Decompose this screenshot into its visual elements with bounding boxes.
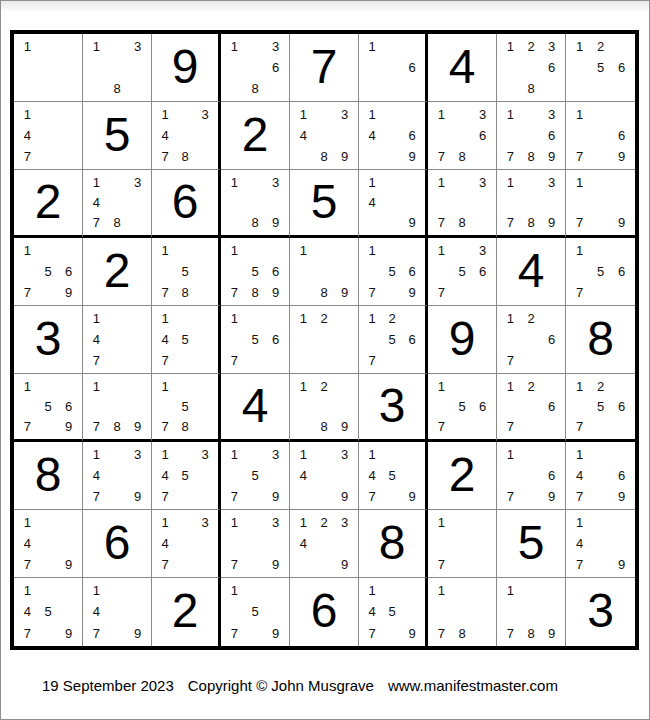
pencil-mark-slot bbox=[127, 308, 148, 329]
pencil-mark-slot: 7 bbox=[569, 282, 590, 303]
pencil-mark-slot: 7 bbox=[500, 213, 521, 233]
pencil-mark-slot: 1 bbox=[17, 104, 38, 125]
pencil-marks: 1679 bbox=[497, 442, 565, 509]
pencil-mark-slot: 6 bbox=[58, 261, 79, 282]
pencil-mark-slot: 7 bbox=[224, 282, 245, 303]
pencil-mark-slot: 9 bbox=[334, 486, 355, 507]
pencil-mark-slot bbox=[334, 125, 355, 146]
sudoku-board: 1138913687164123681256147513478213489146… bbox=[10, 30, 639, 650]
pencil-mark-slot bbox=[521, 486, 542, 507]
pencil-mark-slot bbox=[245, 350, 266, 371]
pencil-mark-slot: 1 bbox=[86, 172, 107, 192]
pencil-mark-slot: 7 bbox=[362, 282, 382, 303]
pencil-mark-slot bbox=[38, 146, 59, 167]
pencil-mark-slot: 9 bbox=[127, 417, 148, 437]
cell-r3c2: 13478 bbox=[83, 170, 152, 238]
pencil-marks: 1679 bbox=[566, 102, 635, 169]
pencil-mark-slot: 1 bbox=[17, 36, 38, 57]
pencil-mark-slot: 5 bbox=[175, 396, 195, 416]
pencil-mark-slot bbox=[195, 465, 215, 486]
pencil-mark-slot bbox=[155, 396, 175, 416]
pencil-mark-slot bbox=[127, 192, 148, 212]
pencil-marks: 15679 bbox=[359, 238, 425, 305]
pencil-mark-slot: 6 bbox=[472, 125, 493, 146]
cell-r9c6: 14579 bbox=[359, 578, 428, 646]
pencil-mark-slot: 9 bbox=[58, 623, 79, 644]
pencil-mark-slot: 7 bbox=[569, 146, 590, 167]
pencil-mark-slot: 3 bbox=[127, 36, 148, 57]
pencil-mark-slot bbox=[38, 623, 59, 644]
pencil-mark-slot bbox=[195, 533, 215, 554]
pencil-marks: 1479 bbox=[83, 578, 151, 646]
pencil-mark-slot bbox=[107, 444, 128, 465]
pencil-marks: 17 bbox=[428, 510, 496, 577]
pencil-mark-slot bbox=[382, 213, 402, 233]
pencil-mark-slot: 9 bbox=[265, 213, 286, 233]
cell-r4c6: 15679 bbox=[359, 238, 428, 306]
pencil-mark-slot bbox=[293, 261, 314, 282]
pencil-mark-slot bbox=[452, 282, 473, 303]
pencil-mark-slot: 8 bbox=[245, 213, 266, 233]
cell-r3c9: 179 bbox=[566, 170, 635, 238]
pencil-mark-slot bbox=[17, 57, 38, 78]
pencil-marks: 14579 bbox=[359, 442, 425, 509]
given-digit: 5 bbox=[518, 519, 545, 567]
pencil-mark-slot bbox=[382, 57, 402, 78]
pencil-mark-slot bbox=[293, 350, 314, 371]
pencil-mark-slot: 1 bbox=[86, 376, 107, 396]
pencil-mark-slot: 1 bbox=[224, 308, 245, 329]
pencil-mark-slot bbox=[590, 104, 611, 125]
pencil-mark-slot: 1 bbox=[224, 172, 245, 192]
cell-r1c8: 12368 bbox=[497, 34, 566, 102]
pencil-mark-slot bbox=[175, 533, 195, 554]
pencil-mark-slot bbox=[265, 78, 286, 99]
pencil-mark-slot: 9 bbox=[541, 213, 562, 233]
pencil-mark-slot bbox=[611, 192, 632, 212]
pencil-mark-slot: 1 bbox=[500, 104, 521, 125]
pencil-mark-slot: 9 bbox=[58, 417, 79, 437]
cell-r7c9: 14679 bbox=[566, 442, 635, 510]
pencil-mark-slot bbox=[224, 465, 245, 486]
pencil-mark-slot bbox=[362, 261, 382, 282]
pencil-mark-slot bbox=[224, 533, 245, 554]
cell-r9c2: 1479 bbox=[83, 578, 152, 646]
pencil-marks: 12349 bbox=[290, 510, 358, 577]
cell-r8c9: 1479 bbox=[566, 510, 635, 578]
pencil-mark-slot bbox=[265, 350, 286, 371]
pencil-mark-slot bbox=[265, 580, 286, 601]
cell-r2c7: 13678 bbox=[428, 102, 497, 170]
pencil-mark-slot bbox=[472, 213, 493, 233]
pencil-mark-slot: 6 bbox=[402, 329, 422, 350]
pencil-mark-slot: 5 bbox=[245, 261, 266, 282]
pencil-mark-slot bbox=[245, 36, 266, 57]
pencil-mark-slot: 9 bbox=[58, 282, 79, 303]
pencil-mark-slot bbox=[541, 444, 562, 465]
pencil-mark-slot bbox=[382, 623, 402, 644]
cell-r8c7: 17 bbox=[428, 510, 497, 578]
pencil-mark-slot: 7 bbox=[431, 554, 452, 575]
pencil-mark-slot: 1 bbox=[431, 104, 452, 125]
pencil-mark-slot bbox=[382, 444, 402, 465]
cell-r5c7: 9 bbox=[428, 306, 497, 374]
pencil-marks: 1578 bbox=[152, 238, 218, 305]
pencil-mark-slot bbox=[452, 192, 473, 212]
pencil-mark-slot bbox=[472, 623, 493, 644]
pencil-mark-slot bbox=[500, 78, 521, 99]
pencil-mark-slot bbox=[38, 533, 59, 554]
pencil-mark-slot: 1 bbox=[569, 104, 590, 125]
pencil-mark-slot bbox=[58, 533, 79, 554]
pencil-marks: 13479 bbox=[83, 442, 151, 509]
pencil-mark-slot bbox=[472, 512, 493, 533]
pencil-marks: 1347 bbox=[152, 510, 218, 577]
pencil-mark-slot: 1 bbox=[431, 376, 452, 396]
pencil-mark-slot: 1 bbox=[293, 308, 314, 329]
pencil-mark-slot: 3 bbox=[334, 512, 355, 533]
pencil-mark-slot bbox=[500, 601, 521, 622]
pencil-marks: 13678 bbox=[428, 102, 496, 169]
pencil-mark-slot: 1 bbox=[500, 308, 521, 329]
pencil-mark-slot bbox=[195, 329, 215, 350]
pencil-mark-slot bbox=[127, 78, 148, 99]
pencil-mark-slot bbox=[611, 172, 632, 192]
pencil-mark-slot bbox=[382, 36, 402, 57]
pencil-mark-slot bbox=[521, 417, 542, 437]
pencil-mark-slot: 9 bbox=[265, 623, 286, 644]
pencil-mark-slot: 5 bbox=[382, 261, 402, 282]
pencil-mark-slot bbox=[17, 261, 38, 282]
pencil-marks: 12567 bbox=[566, 374, 635, 439]
cell-r5c2: 147 bbox=[83, 306, 152, 374]
pencil-mark-slot bbox=[175, 240, 195, 261]
cell-r1c7: 4 bbox=[428, 34, 497, 102]
pencil-mark-slot bbox=[265, 601, 286, 622]
pencil-mark-slot: 8 bbox=[245, 78, 266, 99]
pencil-mark-slot: 5 bbox=[382, 601, 402, 622]
pencil-mark-slot bbox=[293, 282, 314, 303]
pencil-mark-slot: 1 bbox=[569, 36, 590, 57]
pencil-marks: 1256 bbox=[566, 34, 635, 101]
pencil-mark-slot: 7 bbox=[155, 146, 175, 167]
footer: 19 September 2023 Copyright © John Musgr… bbox=[42, 677, 558, 694]
pencil-mark-slot bbox=[431, 125, 452, 146]
cell-r7c1: 8 bbox=[14, 442, 83, 510]
pencil-mark-slot bbox=[334, 240, 355, 261]
pencil-mark-slot: 1 bbox=[569, 376, 590, 396]
pencil-mark-slot bbox=[107, 396, 128, 416]
pencil-mark-slot: 7 bbox=[224, 623, 245, 644]
pencil-mark-slot bbox=[382, 486, 402, 507]
pencil-marks: 14679 bbox=[566, 442, 635, 509]
pencil-mark-slot: 5 bbox=[590, 261, 611, 282]
pencil-mark-slot bbox=[293, 554, 314, 575]
cell-r6c9: 12567 bbox=[566, 374, 635, 442]
pencil-mark-slot: 1 bbox=[569, 240, 590, 261]
pencil-mark-slot bbox=[293, 486, 314, 507]
pencil-mark-slot: 3 bbox=[334, 104, 355, 125]
pencil-mark-slot bbox=[38, 417, 59, 437]
pencil-mark-slot: 1 bbox=[17, 580, 38, 601]
cell-r2c2: 5 bbox=[83, 102, 152, 170]
given-digit: 3 bbox=[35, 315, 62, 363]
pencil-mark-slot bbox=[334, 376, 355, 396]
pencil-mark-slot bbox=[402, 308, 422, 329]
pencil-mark-slot bbox=[334, 350, 355, 371]
pencil-marks: 15679 bbox=[14, 374, 82, 439]
cell-r4c5: 189 bbox=[290, 238, 359, 306]
pencil-mark-slot bbox=[245, 192, 266, 212]
pencil-marks: 1479 bbox=[14, 510, 82, 577]
pencil-mark-slot: 3 bbox=[472, 172, 493, 192]
pencil-mark-slot: 7 bbox=[224, 554, 245, 575]
pencil-marks: 1457 bbox=[152, 306, 218, 373]
pencil-marks: 156789 bbox=[221, 238, 289, 305]
pencil-mark-slot: 7 bbox=[86, 417, 107, 437]
pencil-mark-slot bbox=[17, 78, 38, 99]
pencil-mark-slot: 9 bbox=[402, 146, 422, 167]
pencil-mark-slot bbox=[382, 350, 402, 371]
pencil-mark-slot bbox=[402, 104, 422, 125]
pencil-mark-slot: 9 bbox=[402, 282, 422, 303]
pencil-mark-slot bbox=[611, 376, 632, 396]
pencil-mark-slot: 7 bbox=[569, 554, 590, 575]
pencil-mark-slot: 5 bbox=[38, 261, 59, 282]
pencil-mark-slot: 4 bbox=[293, 465, 314, 486]
pencil-mark-slot bbox=[382, 104, 402, 125]
cell-r1c4: 1368 bbox=[221, 34, 290, 102]
cell-r5c6: 12567 bbox=[359, 306, 428, 374]
pencil-mark-slot bbox=[314, 533, 335, 554]
pencil-mark-slot: 4 bbox=[17, 601, 38, 622]
pencil-mark-slot: 6 bbox=[58, 396, 79, 416]
pencil-mark-slot: 8 bbox=[175, 146, 195, 167]
pencil-mark-slot bbox=[521, 125, 542, 146]
pencil-mark-slot bbox=[452, 533, 473, 554]
cell-r5c8: 1267 bbox=[497, 306, 566, 374]
pencil-mark-slot bbox=[590, 554, 611, 575]
pencil-mark-slot bbox=[107, 192, 128, 212]
pencil-mark-slot: 8 bbox=[107, 213, 128, 233]
puzzle-sheet: 1138913687164123681256147513478213489146… bbox=[0, 0, 650, 720]
pencil-mark-slot: 7 bbox=[155, 282, 175, 303]
pencil-mark-slot: 8 bbox=[175, 417, 195, 437]
pencil-mark-slot: 1 bbox=[17, 512, 38, 533]
pencil-mark-slot: 9 bbox=[127, 623, 148, 644]
pencil-mark-slot bbox=[472, 533, 493, 554]
pencil-mark-slot: 7 bbox=[500, 146, 521, 167]
puzzle-date: 19 September 2023 bbox=[42, 677, 174, 694]
pencil-marks: 138 bbox=[83, 34, 151, 101]
pencil-mark-slot: 3 bbox=[334, 444, 355, 465]
pencil-mark-slot: 2 bbox=[314, 512, 335, 533]
pencil-mark-slot: 7 bbox=[362, 486, 382, 507]
pencil-mark-slot bbox=[611, 282, 632, 303]
pencil-mark-slot: 6 bbox=[611, 261, 632, 282]
pencil-mark-slot: 7 bbox=[155, 350, 175, 371]
pencil-marks: 1567 bbox=[566, 238, 635, 305]
pencil-mark-slot: 4 bbox=[155, 125, 175, 146]
pencil-mark-slot: 9 bbox=[402, 623, 422, 644]
pencil-mark-slot: 1 bbox=[500, 376, 521, 396]
pencil-mark-slot bbox=[38, 512, 59, 533]
pencil-mark-slot bbox=[541, 78, 562, 99]
pencil-mark-slot bbox=[86, 78, 107, 99]
pencil-mark-slot: 1 bbox=[362, 308, 382, 329]
pencil-marks: 1389 bbox=[221, 170, 289, 235]
pencil-mark-slot bbox=[611, 240, 632, 261]
pencil-mark-slot bbox=[127, 601, 148, 622]
pencil-mark-slot bbox=[382, 240, 402, 261]
pencil-mark-slot: 6 bbox=[611, 396, 632, 416]
pencil-mark-slot: 1 bbox=[224, 580, 245, 601]
pencil-mark-slot bbox=[541, 601, 562, 622]
pencil-mark-slot bbox=[472, 554, 493, 575]
pencil-mark-slot bbox=[590, 78, 611, 99]
cell-r6c7: 1567 bbox=[428, 374, 497, 442]
cell-r2c5: 13489 bbox=[290, 102, 359, 170]
pencil-mark-slot bbox=[58, 146, 79, 167]
pencil-mark-slot bbox=[334, 396, 355, 416]
pencil-mark-slot bbox=[127, 580, 148, 601]
pencil-mark-slot bbox=[175, 512, 195, 533]
pencil-mark-slot: 7 bbox=[431, 623, 452, 644]
pencil-mark-slot: 4 bbox=[569, 465, 590, 486]
pencil-mark-slot bbox=[334, 329, 355, 350]
given-digit: 7 bbox=[311, 43, 338, 91]
pencil-mark-slot: 1 bbox=[17, 376, 38, 396]
pencil-mark-slot bbox=[590, 282, 611, 303]
pencil-mark-slot bbox=[245, 57, 266, 78]
pencil-mark-slot: 2 bbox=[590, 376, 611, 396]
pencil-mark-slot bbox=[107, 601, 128, 622]
pencil-mark-slot bbox=[245, 172, 266, 192]
pencil-mark-slot bbox=[58, 125, 79, 146]
pencil-mark-slot bbox=[472, 146, 493, 167]
pencil-mark-slot bbox=[107, 486, 128, 507]
pencil-mark-slot: 6 bbox=[402, 125, 422, 146]
pencil-mark-slot bbox=[362, 78, 382, 99]
pencil-mark-slot bbox=[402, 240, 422, 261]
pencil-mark-slot bbox=[38, 554, 59, 575]
pencil-mark-slot: 7 bbox=[500, 486, 521, 507]
pencil-mark-slot: 5 bbox=[245, 329, 266, 350]
pencil-mark-slot bbox=[314, 104, 335, 125]
cell-r5c5: 12 bbox=[290, 306, 359, 374]
pencil-mark-slot: 1 bbox=[224, 512, 245, 533]
pencil-mark-slot: 7 bbox=[155, 486, 175, 507]
pencil-mark-slot bbox=[58, 240, 79, 261]
cell-r2c1: 147 bbox=[14, 102, 83, 170]
pencil-mark-slot bbox=[569, 396, 590, 416]
pencil-mark-slot: 5 bbox=[382, 329, 402, 350]
cell-r2c6: 1469 bbox=[359, 102, 428, 170]
pencil-mark-slot bbox=[58, 601, 79, 622]
pencil-mark-slot bbox=[175, 376, 195, 396]
pencil-mark-slot: 1 bbox=[500, 172, 521, 192]
pencil-marks: 12567 bbox=[359, 306, 425, 373]
pencil-mark-slot: 2 bbox=[521, 376, 542, 396]
pencil-mark-slot bbox=[452, 580, 473, 601]
pencil-mark-slot bbox=[611, 512, 632, 533]
pencil-mark-slot bbox=[175, 125, 195, 146]
pencil-mark-slot bbox=[500, 329, 521, 350]
pencil-mark-slot bbox=[175, 308, 195, 329]
pencil-mark-slot bbox=[195, 376, 215, 396]
pencil-mark-slot: 1 bbox=[431, 240, 452, 261]
given-digit: 6 bbox=[311, 587, 338, 635]
pencil-mark-slot: 1 bbox=[155, 512, 175, 533]
pencil-mark-slot: 3 bbox=[265, 444, 286, 465]
pencil-mark-slot bbox=[590, 465, 611, 486]
given-digit: 6 bbox=[172, 178, 199, 226]
pencil-mark-slot: 3 bbox=[195, 444, 215, 465]
cell-r7c5: 1349 bbox=[290, 442, 359, 510]
cell-r9c3: 2 bbox=[152, 578, 221, 646]
pencil-mark-slot: 7 bbox=[362, 350, 382, 371]
pencil-mark-slot bbox=[245, 240, 266, 261]
pencil-mark-slot bbox=[402, 601, 422, 622]
pencil-mark-slot: 3 bbox=[472, 240, 493, 261]
pencil-mark-slot bbox=[175, 444, 195, 465]
cell-r6c2: 1789 bbox=[83, 374, 152, 442]
pencil-mark-slot: 6 bbox=[472, 261, 493, 282]
pencil-mark-slot bbox=[38, 125, 59, 146]
pencil-mark-slot: 5 bbox=[382, 465, 402, 486]
pencil-mark-slot bbox=[334, 465, 355, 486]
pencil-mark-slot bbox=[541, 350, 562, 371]
pencil-mark-slot bbox=[86, 396, 107, 416]
pencil-mark-slot: 2 bbox=[382, 308, 402, 329]
pencil-mark-slot: 1 bbox=[293, 104, 314, 125]
pencil-mark-slot bbox=[362, 329, 382, 350]
pencil-mark-slot: 1 bbox=[569, 512, 590, 533]
pencil-mark-slot bbox=[127, 376, 148, 396]
pencil-mark-slot: 5 bbox=[452, 396, 473, 416]
pencil-mark-slot: 7 bbox=[431, 213, 452, 233]
pencil-mark-slot: 1 bbox=[362, 172, 382, 192]
pencil-mark-slot: 4 bbox=[362, 125, 382, 146]
pencil-mark-slot bbox=[195, 486, 215, 507]
pencil-mark-slot bbox=[314, 396, 335, 416]
pencil-mark-slot: 7 bbox=[17, 623, 38, 644]
pencil-mark-slot: 1 bbox=[431, 512, 452, 533]
given-digit: 3 bbox=[587, 587, 614, 635]
pencil-mark-slot: 3 bbox=[127, 444, 148, 465]
pencil-marks: 179 bbox=[566, 170, 635, 235]
pencil-mark-slot: 6 bbox=[402, 261, 422, 282]
pencil-mark-slot bbox=[293, 146, 314, 167]
pencil-mark-slot bbox=[590, 213, 611, 233]
cell-r3c3: 6 bbox=[152, 170, 221, 238]
pencil-mark-slot bbox=[107, 329, 128, 350]
cell-r9c5: 6 bbox=[290, 578, 359, 646]
cell-r3c7: 1378 bbox=[428, 170, 497, 238]
pencil-mark-slot bbox=[38, 240, 59, 261]
pencil-mark-slot bbox=[541, 580, 562, 601]
given-digit: 2 bbox=[242, 111, 269, 159]
pencil-mark-slot bbox=[472, 417, 493, 437]
pencil-mark-slot bbox=[245, 486, 266, 507]
pencil-mark-slot bbox=[382, 192, 402, 212]
pencil-marks: 14579 bbox=[14, 578, 82, 646]
cell-r8c4: 1379 bbox=[221, 510, 290, 578]
pencil-mark-slot bbox=[314, 350, 335, 371]
pencil-mark-slot: 2 bbox=[521, 308, 542, 329]
pencil-mark-slot: 8 bbox=[452, 146, 473, 167]
cell-r9c8: 1789 bbox=[497, 578, 566, 646]
